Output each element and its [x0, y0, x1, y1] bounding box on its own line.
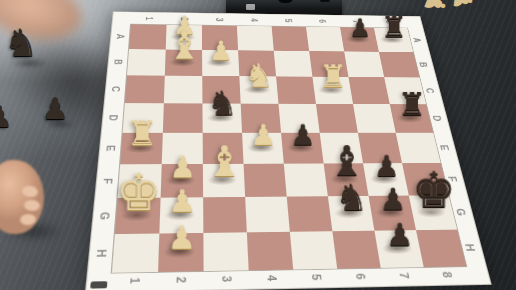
piece-wP-h2: ♟ — [142, 222, 220, 254]
piece-layer: ♟♝♟♞♜♜♟♟♝♚♟♟♟♜♞♜♟♝♟♞♟♚♟ — [86, 12, 490, 290]
photo-scene: ♞ ♟ ♟ ♟ ♟ 12345678 12345678 ABCDEFGH ABC… — [0, 0, 516, 290]
clock-side-button — [320, 0, 330, 2]
captured-black-pawn: ♟ — [42, 94, 69, 124]
piece-bN-d3: ♞ — [188, 86, 256, 120]
piece-wB-b2: ♝ — [152, 26, 216, 64]
coordinate-label: 1 — [139, 7, 158, 31]
coordinate-label: 5 — [278, 9, 298, 33]
captured-black-knight: ♞ — [4, 24, 38, 62]
coordinate-label: C — [411, 84, 450, 98]
clock-lever-button — [278, 0, 293, 3]
coordinate-label: 6 — [312, 10, 333, 33]
coordinate-label: 2 — [175, 7, 193, 31]
coordinate-label: B — [99, 55, 138, 69]
piece-bN-g6: ♞ — [314, 178, 387, 215]
coordinate-label: A — [399, 34, 436, 47]
coordinate-label: C — [96, 82, 136, 96]
coordinate-label: A — [102, 30, 140, 43]
piece-bP-h7: ♟ — [361, 219, 436, 250]
coordinate-label: 3 — [210, 8, 228, 32]
piece-wR-c6: ♜ — [300, 60, 365, 91]
child-hand — [0, 150, 52, 242]
coordinate-label: 4 — [244, 8, 263, 32]
piece-wR-e1: ♜ — [107, 116, 178, 150]
captured-black-pawn-partial: ♟ — [0, 102, 13, 132]
coordinate-label: B — [405, 58, 443, 71]
piece-wK-g1: ♚ — [100, 166, 175, 217]
coordinate-label: D — [417, 111, 457, 126]
